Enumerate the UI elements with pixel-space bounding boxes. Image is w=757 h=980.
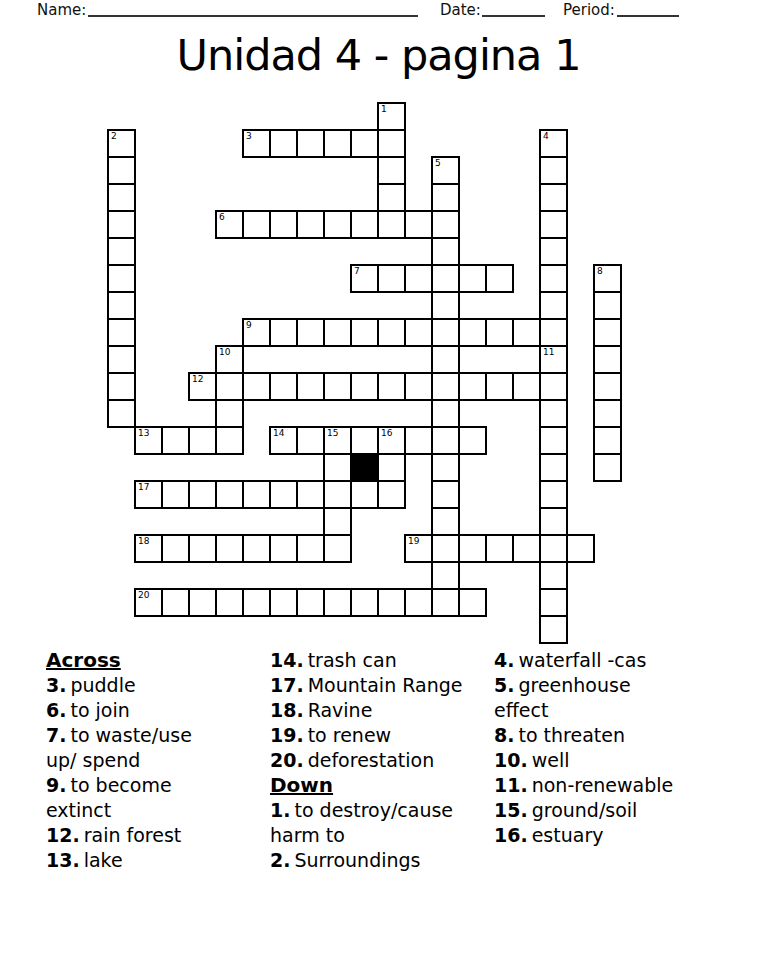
grid-cell[interactable]: [269, 318, 298, 347]
grid-cell[interactable]: 12: [188, 372, 217, 401]
grid-cell[interactable]: [269, 210, 298, 239]
grid-cell[interactable]: [107, 156, 136, 185]
clue-item-number: 2.: [270, 849, 290, 871]
grid-cell[interactable]: [269, 588, 298, 617]
grid-cell[interactable]: [161, 480, 190, 509]
clue-item: 10.well: [494, 748, 699, 773]
grid-cell[interactable]: [539, 588, 568, 617]
grid-cell[interactable]: [161, 588, 190, 617]
grid-cell[interactable]: [539, 615, 568, 644]
grid-cell[interactable]: [485, 372, 514, 401]
grid-cell[interactable]: [215, 588, 244, 617]
grid-cell[interactable]: [377, 372, 406, 401]
clue-item: 19.to renew: [270, 723, 485, 748]
clue-number: 20: [138, 590, 149, 600]
clue-item-text: Ravine: [308, 699, 373, 721]
grid-cell[interactable]: [431, 318, 460, 347]
grid-cell[interactable]: 17: [134, 480, 163, 509]
grid-cell[interactable]: [107, 210, 136, 239]
clue-number: 16: [381, 428, 392, 438]
grid-cell[interactable]: 13: [134, 426, 163, 455]
clue-number: 5: [435, 158, 441, 168]
grid-cell[interactable]: [404, 318, 433, 347]
grid-cell[interactable]: 18: [134, 534, 163, 563]
clue-number: 7: [354, 266, 360, 276]
grid-cell[interactable]: [242, 480, 271, 509]
clue-item-number: 5.: [494, 674, 514, 696]
grid-cell[interactable]: [377, 588, 406, 617]
grid-cell[interactable]: [242, 210, 271, 239]
clue-item: 4.waterfall -cas: [494, 648, 699, 673]
clue-item-text: rain forest: [84, 824, 182, 846]
grid-cell[interactable]: [350, 372, 379, 401]
clue-number: 9: [246, 320, 252, 330]
grid-cell[interactable]: [431, 345, 460, 374]
grid-cell[interactable]: [431, 480, 460, 509]
clue-number: 8: [597, 266, 603, 276]
clue-item-text: to join: [70, 699, 129, 721]
clue-list-header-down: Down: [270, 773, 485, 798]
grid-cell[interactable]: [404, 372, 433, 401]
grid-cell[interactable]: [458, 372, 487, 401]
grid-cell[interactable]: [242, 534, 271, 563]
clue-item-text: puddle: [70, 674, 135, 696]
clue-list-header-across: Across: [46, 648, 216, 673]
grid-cell[interactable]: [323, 480, 352, 509]
name-label: Name:: [37, 1, 86, 19]
grid-cell[interactable]: [539, 534, 568, 563]
grid-cell[interactable]: [431, 210, 460, 239]
grid-cell[interactable]: [539, 183, 568, 212]
clue-item-number: 6.: [46, 699, 66, 721]
clue-item-number: 4.: [494, 649, 514, 671]
grid-cell[interactable]: [269, 534, 298, 563]
grid-cell[interactable]: 7: [350, 264, 379, 293]
grid-cell[interactable]: [593, 426, 622, 455]
clue-number: 4: [543, 131, 549, 141]
clue-number: 14: [273, 428, 284, 438]
grid-cell[interactable]: [107, 318, 136, 347]
clue-item-number: 20.: [270, 749, 304, 771]
clue-item-text: deforestation: [308, 749, 435, 771]
clue-item: 8.to threaten: [494, 723, 699, 748]
page-title: Unidad 4 - pagina 1: [0, 30, 757, 80]
grid-cell[interactable]: [323, 129, 352, 158]
grid-cell[interactable]: [188, 480, 217, 509]
clue-item-number: 19.: [270, 724, 304, 746]
grid-cell[interactable]: [404, 426, 433, 455]
grid-cell[interactable]: [512, 534, 541, 563]
grid-cell[interactable]: [458, 534, 487, 563]
grid-cell[interactable]: [296, 210, 325, 239]
grid-cell[interactable]: [350, 588, 379, 617]
grid-cell[interactable]: [377, 183, 406, 212]
grid-cell[interactable]: [323, 588, 352, 617]
grid-cell[interactable]: [431, 588, 460, 617]
grid-cell[interactable]: [215, 534, 244, 563]
grid-cell[interactable]: [107, 399, 136, 428]
grid-cell[interactable]: 6: [215, 210, 244, 239]
clue-item-number: 13.: [46, 849, 80, 871]
grid-cell[interactable]: [377, 318, 406, 347]
grid-cell[interactable]: [296, 588, 325, 617]
clue-number: 10: [219, 347, 230, 357]
grid-cell[interactable]: [458, 264, 487, 293]
grid-cell[interactable]: [458, 588, 487, 617]
grid-cell[interactable]: [107, 372, 136, 401]
grid-cell[interactable]: 4: [539, 129, 568, 158]
clue-item: 6.to join: [46, 698, 216, 723]
grid-cell[interactable]: 9: [242, 318, 271, 347]
clue-number: 3: [246, 131, 252, 141]
clue-number: 2: [111, 131, 117, 141]
date-label: Date:: [440, 1, 481, 19]
grid-cell[interactable]: [323, 210, 352, 239]
grid-cell[interactable]: [107, 291, 136, 320]
clue-item-text: to renew: [308, 724, 391, 746]
grid-cell[interactable]: 10: [215, 345, 244, 374]
grid-cell[interactable]: [458, 426, 487, 455]
clue-item: 7.to waste/use up/ spend: [46, 723, 216, 773]
clue-item: 1.to destroy/cause harm to: [270, 798, 485, 848]
clue-item: 15.ground/soil: [494, 798, 699, 823]
clue-column-2: 14.trash can17.Mountain Range18.Ravine19…: [270, 648, 485, 873]
grid-cell[interactable]: 11: [539, 345, 568, 374]
clue-item-number: 7.: [46, 724, 66, 746]
grid-cell[interactable]: [323, 372, 352, 401]
clue-number: 19: [408, 536, 419, 546]
grid-cell[interactable]: [296, 129, 325, 158]
clue-item-text: ground/soil: [532, 799, 638, 821]
grid-cell[interactable]: [215, 372, 244, 401]
grid-cell[interactable]: [539, 318, 568, 347]
clue-item: 3.puddle: [46, 673, 216, 698]
grid-cell[interactable]: 15: [323, 426, 352, 455]
grid-cell[interactable]: [296, 318, 325, 347]
clue-number: 12: [192, 374, 203, 384]
grid-cell[interactable]: [593, 399, 622, 428]
grid-cell[interactable]: [323, 453, 352, 482]
clue-number: 15: [327, 428, 338, 438]
clue-number: 6: [219, 212, 225, 222]
clue-item-text: greenhouse effect: [494, 674, 631, 721]
clue-item-text: Mountain Range: [308, 674, 463, 696]
grid-cell[interactable]: [269, 129, 298, 158]
grid-cell[interactable]: [215, 426, 244, 455]
clue-item-text: waterfall -cas: [518, 649, 646, 671]
clue-item-text: Surroundings: [294, 849, 420, 871]
grid-cell[interactable]: [539, 507, 568, 536]
clue-item-text: non-renewable: [532, 774, 674, 796]
grid-cell[interactable]: [107, 237, 136, 266]
grid-cell[interactable]: [404, 264, 433, 293]
grid-cell[interactable]: [431, 264, 460, 293]
grid-cell[interactable]: [431, 453, 460, 482]
clue-item-text: lake: [84, 849, 123, 871]
grid-cell[interactable]: [377, 156, 406, 185]
grid-cell[interactable]: [431, 507, 460, 536]
grid-cell[interactable]: [431, 426, 460, 455]
grid-cell[interactable]: [350, 318, 379, 347]
black-cell: [350, 453, 379, 482]
grid-cell[interactable]: [539, 399, 568, 428]
grid-cell[interactable]: [188, 534, 217, 563]
grid-cell[interactable]: [296, 372, 325, 401]
clue-item-number: 9.: [46, 774, 66, 796]
grid-cell[interactable]: [539, 453, 568, 482]
clue-item-number: 8.: [494, 724, 514, 746]
grid-cell[interactable]: 1: [377, 102, 406, 131]
period-label: Period:: [563, 1, 615, 19]
clue-item-text: to waste/use up/ spend: [46, 724, 192, 771]
grid-cell[interactable]: [242, 372, 271, 401]
grid-cell[interactable]: [593, 372, 622, 401]
clue-item: 20.deforestation: [270, 748, 485, 773]
grid-cell[interactable]: [350, 426, 379, 455]
grid-cell[interactable]: [296, 426, 325, 455]
grid-cell[interactable]: [539, 561, 568, 590]
grid-cell[interactable]: [539, 372, 568, 401]
clue-item-number: 15.: [494, 799, 528, 821]
grid-cell[interactable]: [566, 534, 595, 563]
clue-item: 5.greenhouse effect: [494, 673, 699, 723]
clue-number: 17: [138, 482, 149, 492]
grid-cell[interactable]: [431, 372, 460, 401]
clue-item: 18.Ravine: [270, 698, 485, 723]
grid-cell[interactable]: [161, 534, 190, 563]
grid-cell[interactable]: [593, 453, 622, 482]
clue-item-number: 18.: [270, 699, 304, 721]
grid-cell[interactable]: [431, 399, 460, 428]
clue-item: 14.trash can: [270, 648, 485, 673]
grid-cell[interactable]: [431, 561, 460, 590]
clue-item: 12.rain forest: [46, 823, 216, 848]
period-blank-line: [617, 15, 679, 17]
clue-number: 11: [543, 347, 554, 357]
clue-number: 18: [138, 536, 149, 546]
clue-item-number: 10.: [494, 749, 528, 771]
grid-cell[interactable]: [215, 480, 244, 509]
grid-cell[interactable]: [350, 129, 379, 158]
grid-cell[interactable]: [431, 183, 460, 212]
grid-cell[interactable]: 16: [377, 426, 406, 455]
grid-cell[interactable]: 8: [593, 264, 622, 293]
name-blank-line: [88, 15, 418, 17]
grid-cell[interactable]: [323, 534, 352, 563]
grid-cell[interactable]: [296, 480, 325, 509]
grid-cell[interactable]: [296, 534, 325, 563]
grid-cell[interactable]: [107, 264, 136, 293]
grid-cell[interactable]: [404, 588, 433, 617]
grid-cell[interactable]: [161, 426, 190, 455]
grid-cell[interactable]: [107, 345, 136, 374]
grid-cell[interactable]: [512, 318, 541, 347]
clue-item-text: well: [532, 749, 570, 771]
grid-cell[interactable]: [485, 318, 514, 347]
grid-cell[interactable]: [539, 291, 568, 320]
clue-item: 2.Surroundings: [270, 848, 485, 873]
clue-item: 16.estuary: [494, 823, 699, 848]
clue-item-number: 11.: [494, 774, 528, 796]
grid-cell[interactable]: [458, 318, 487, 347]
grid-cell[interactable]: [377, 210, 406, 239]
grid-cell[interactable]: [485, 534, 514, 563]
grid-cell[interactable]: [431, 237, 460, 266]
clue-number: 13: [138, 428, 149, 438]
grid-cell[interactable]: [377, 480, 406, 509]
grid-cell[interactable]: [323, 318, 352, 347]
grid-cell[interactable]: [269, 480, 298, 509]
clue-item-number: 1.: [270, 799, 290, 821]
grid-cell[interactable]: [593, 291, 622, 320]
clue-item-number: 16.: [494, 824, 528, 846]
grid-cell[interactable]: 20: [134, 588, 163, 617]
crossword-grid: 1234567891011121314151617181920: [107, 102, 622, 644]
grid-cell[interactable]: [350, 480, 379, 509]
grid-cell[interactable]: [377, 453, 406, 482]
clue-column-3: 4.waterfall -cas5.greenhouse effect8.to …: [494, 648, 699, 848]
grid-cell[interactable]: [377, 129, 406, 158]
grid-cell[interactable]: 2: [107, 129, 136, 158]
grid-cell[interactable]: 19: [404, 534, 433, 563]
grid-cell[interactable]: [539, 426, 568, 455]
grid-cell[interactable]: [188, 426, 217, 455]
clue-item-text: to destroy/cause harm to: [270, 799, 453, 846]
grid-cell[interactable]: [485, 264, 514, 293]
grid-cell[interactable]: [350, 210, 379, 239]
clue-column-1: Across3.puddle6.to join7.to waste/use up…: [46, 648, 216, 873]
clue-item: 11.non-renewable: [494, 773, 699, 798]
grid-cell[interactable]: [512, 372, 541, 401]
grid-cell[interactable]: [377, 264, 406, 293]
date-blank-line: [482, 15, 545, 17]
clue-item-number: 14.: [270, 649, 304, 671]
clue-item: 17.Mountain Range: [270, 673, 485, 698]
grid-cell[interactable]: [593, 318, 622, 347]
clue-item-number: 3.: [46, 674, 66, 696]
grid-cell[interactable]: [539, 480, 568, 509]
clue-item-number: 17.: [270, 674, 304, 696]
grid-cell[interactable]: [323, 507, 352, 536]
grid-cell[interactable]: [188, 588, 217, 617]
clue-item: 13.lake: [46, 848, 216, 873]
clue-item: 9.to become extinct: [46, 773, 216, 823]
clue-number: 1: [381, 104, 387, 114]
grid-cell[interactable]: 3: [242, 129, 271, 158]
clue-item-text: estuary: [532, 824, 604, 846]
clue-item-text: trash can: [308, 649, 397, 671]
clue-item-text: to threaten: [518, 724, 625, 746]
grid-cell[interactable]: 14: [269, 426, 298, 455]
grid-cell[interactable]: [539, 237, 568, 266]
grid-cell[interactable]: [539, 264, 568, 293]
grid-cell[interactable]: [242, 588, 271, 617]
grid-cell[interactable]: 5: [431, 156, 460, 185]
grid-cell[interactable]: [593, 345, 622, 374]
grid-cell[interactable]: [269, 372, 298, 401]
grid-cell[interactable]: [404, 210, 433, 239]
grid-cell[interactable]: [431, 291, 460, 320]
grid-cell[interactable]: [215, 399, 244, 428]
grid-cell[interactable]: [431, 534, 460, 563]
clue-item-number: 12.: [46, 824, 80, 846]
grid-cell[interactable]: [539, 156, 568, 185]
grid-cell[interactable]: [107, 183, 136, 212]
grid-cell[interactable]: [539, 210, 568, 239]
